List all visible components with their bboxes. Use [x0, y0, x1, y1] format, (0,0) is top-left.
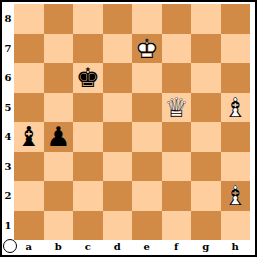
square-d2[interactable]: [103, 181, 133, 211]
square-e2[interactable]: [132, 181, 162, 211]
rank-labels: 87654321: [2, 4, 14, 240]
square-g1[interactable]: [191, 211, 221, 241]
square-f6[interactable]: [162, 63, 192, 93]
square-f7[interactable]: [162, 34, 192, 64]
square-g4[interactable]: [191, 122, 221, 152]
square-a7[interactable]: [14, 34, 44, 64]
square-c4[interactable]: [73, 122, 103, 152]
square-d6[interactable]: [103, 63, 133, 93]
square-c5[interactable]: [73, 93, 103, 123]
square-d8[interactable]: [103, 4, 133, 34]
square-h8[interactable]: [221, 4, 251, 34]
square-g3[interactable]: [191, 152, 221, 182]
square-c8[interactable]: [73, 4, 103, 34]
square-h2[interactable]: ♝♗: [221, 181, 251, 211]
square-h4[interactable]: [221, 122, 251, 152]
square-c7[interactable]: [73, 34, 103, 64]
square-b6[interactable]: [44, 63, 74, 93]
rank-label-7: 7: [2, 34, 14, 64]
square-d5[interactable]: [103, 93, 133, 123]
square-a1[interactable]: [14, 211, 44, 241]
file-label-h: h: [221, 240, 251, 253]
black-king[interactable]: ♚: [73, 63, 103, 93]
file-labels: abcdefgh: [14, 240, 250, 253]
square-g8[interactable]: [191, 4, 221, 34]
square-b7[interactable]: [44, 34, 74, 64]
square-e5[interactable]: [132, 93, 162, 123]
square-h6[interactable]: [221, 63, 251, 93]
square-d3[interactable]: [103, 152, 133, 182]
square-e7[interactable]: ♚♔: [132, 34, 162, 64]
square-a3[interactable]: [14, 152, 44, 182]
black-pawn[interactable]: ♟: [44, 122, 74, 152]
white-king-outline: ♔: [135, 35, 159, 62]
rank-label-6: 6: [2, 63, 14, 93]
square-g5[interactable]: [191, 93, 221, 123]
square-a4[interactable]: ♝: [14, 122, 44, 152]
square-e1[interactable]: [132, 211, 162, 241]
square-a2[interactable]: [14, 181, 44, 211]
file-label-a: a: [14, 240, 44, 253]
white-bishop-outline: ♗: [223, 182, 247, 209]
chess-diagram: 87654321 ♚♔♚♛♕♝♗♝♟♝♗ abcdefgh: [0, 0, 257, 257]
square-c2[interactable]: [73, 181, 103, 211]
square-f1[interactable]: [162, 211, 192, 241]
black-bishop[interactable]: ♝: [14, 122, 44, 152]
square-c1[interactable]: [73, 211, 103, 241]
file-label-g: g: [191, 240, 221, 253]
square-a5[interactable]: [14, 93, 44, 123]
square-f5[interactable]: ♛♕: [162, 93, 192, 123]
rank-label-5: 5: [2, 93, 14, 123]
square-e6[interactable]: [132, 63, 162, 93]
white-to-move-circle-icon: [3, 239, 17, 253]
square-e4[interactable]: [132, 122, 162, 152]
file-label-e: e: [132, 240, 162, 253]
chess-board[interactable]: ♚♔♚♛♕♝♗♝♟♝♗: [14, 4, 250, 240]
square-b3[interactable]: [44, 152, 74, 182]
square-e3[interactable]: [132, 152, 162, 182]
rank-label-3: 3: [2, 152, 14, 182]
square-h1[interactable]: [221, 211, 251, 241]
square-b5[interactable]: [44, 93, 74, 123]
square-f4[interactable]: [162, 122, 192, 152]
file-label-b: b: [44, 240, 74, 253]
square-e8[interactable]: [132, 4, 162, 34]
white-bishop-outline: ♗: [223, 94, 247, 121]
square-g6[interactable]: [191, 63, 221, 93]
square-b1[interactable]: [44, 211, 74, 241]
square-c3[interactable]: [73, 152, 103, 182]
square-g7[interactable]: [191, 34, 221, 64]
white-bishop[interactable]: ♝♗: [221, 181, 251, 211]
square-h5[interactable]: ♝♗: [221, 93, 251, 123]
square-d7[interactable]: [103, 34, 133, 64]
square-b2[interactable]: [44, 181, 74, 211]
square-a6[interactable]: [14, 63, 44, 93]
rank-label-1: 1: [2, 211, 14, 241]
rank-label-8: 8: [2, 4, 14, 34]
white-queen[interactable]: ♛♕: [162, 93, 192, 123]
square-d4[interactable]: [103, 122, 133, 152]
file-label-f: f: [162, 240, 192, 253]
white-king[interactable]: ♚♔: [132, 34, 162, 64]
square-f3[interactable]: [162, 152, 192, 182]
square-f2[interactable]: [162, 181, 192, 211]
file-label-d: d: [103, 240, 133, 253]
square-b4[interactable]: ♟: [44, 122, 74, 152]
square-f8[interactable]: [162, 4, 192, 34]
square-h7[interactable]: [221, 34, 251, 64]
white-queen-outline: ♕: [164, 94, 188, 121]
square-h3[interactable]: [221, 152, 251, 182]
file-label-c: c: [73, 240, 103, 253]
square-c6[interactable]: ♚: [73, 63, 103, 93]
rank-label-2: 2: [2, 181, 14, 211]
white-bishop[interactable]: ♝♗: [221, 93, 251, 123]
square-g2[interactable]: [191, 181, 221, 211]
square-d1[interactable]: [103, 211, 133, 241]
rank-label-4: 4: [2, 122, 14, 152]
square-b8[interactable]: [44, 4, 74, 34]
square-a8[interactable]: [14, 4, 44, 34]
